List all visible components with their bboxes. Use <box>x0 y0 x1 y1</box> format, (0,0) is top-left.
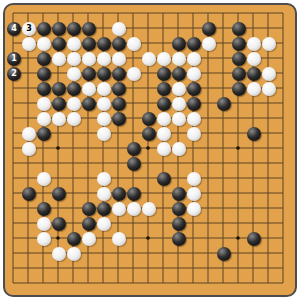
stone-black[interactable] <box>97 202 111 216</box>
stone-white[interactable] <box>187 112 201 126</box>
stone-white[interactable] <box>172 97 186 111</box>
stone-white[interactable] <box>157 127 171 141</box>
stone-white[interactable] <box>37 97 51 111</box>
move-number-label: 2 <box>11 70 17 78</box>
stone-white[interactable] <box>97 217 111 231</box>
stone-white[interactable] <box>187 127 201 141</box>
stone-black[interactable] <box>157 67 171 81</box>
stone-black[interactable] <box>247 127 261 141</box>
stone-black[interactable]: 1 <box>7 52 21 66</box>
stone-white[interactable] <box>67 247 81 261</box>
stone-white[interactable] <box>97 187 111 201</box>
stone-white[interactable] <box>127 202 141 216</box>
stone-black[interactable] <box>157 97 171 111</box>
stone-black[interactable] <box>22 187 36 201</box>
stone-black[interactable] <box>37 202 51 216</box>
stone-white[interactable] <box>22 37 36 51</box>
stone-black[interactable] <box>217 247 231 261</box>
stone-black[interactable] <box>172 187 186 201</box>
stone-white[interactable] <box>82 52 96 66</box>
stone-white[interactable] <box>112 52 126 66</box>
stone-black[interactable] <box>232 22 246 36</box>
stone-black[interactable] <box>97 67 111 81</box>
stone-white[interactable] <box>262 37 276 51</box>
stone-black[interactable] <box>232 67 246 81</box>
stone-white[interactable] <box>37 112 51 126</box>
stone-black[interactable] <box>112 82 126 96</box>
stone-black[interactable] <box>82 67 96 81</box>
stone-white[interactable] <box>187 172 201 186</box>
stone-black[interactable] <box>67 22 81 36</box>
stone-white[interactable] <box>142 52 156 66</box>
stone-black[interactable] <box>97 37 111 51</box>
stone-white[interactable] <box>67 52 81 66</box>
star-point <box>236 236 240 240</box>
stone-white[interactable] <box>82 82 96 96</box>
stone-white[interactable] <box>67 112 81 126</box>
stone-white[interactable] <box>22 127 36 141</box>
move-number-label: 1 <box>11 55 17 63</box>
stone-black[interactable] <box>82 37 96 51</box>
stone-black[interactable] <box>172 37 186 51</box>
stone-black[interactable] <box>37 52 51 66</box>
stone-white[interactable] <box>202 37 216 51</box>
stone-white[interactable] <box>142 202 156 216</box>
stone-black[interactable] <box>82 22 96 36</box>
stone-black[interactable] <box>217 97 231 111</box>
stone-black[interactable] <box>67 232 81 246</box>
stone-black[interactable] <box>127 142 141 156</box>
stone-black[interactable] <box>112 187 126 201</box>
stone-black[interactable] <box>187 37 201 51</box>
stone-white[interactable] <box>262 67 276 81</box>
stone-black[interactable] <box>52 37 66 51</box>
stone-black[interactable]: 2 <box>7 67 21 81</box>
stone-white[interactable] <box>262 82 276 96</box>
stone-black[interactable] <box>37 82 51 96</box>
stone-black[interactable] <box>247 67 261 81</box>
stone-black[interactable] <box>172 217 186 231</box>
stone-black[interactable] <box>247 232 261 246</box>
stone-white[interactable] <box>67 97 81 111</box>
stone-black[interactable] <box>112 37 126 51</box>
stone-white[interactable] <box>82 232 96 246</box>
star-point <box>146 236 150 240</box>
stone-white[interactable] <box>172 82 186 96</box>
stone-white[interactable] <box>112 232 126 246</box>
stone-black[interactable] <box>67 82 81 96</box>
stone-black[interactable] <box>142 127 156 141</box>
stone-white[interactable] <box>97 52 111 66</box>
stone-white[interactable] <box>112 202 126 216</box>
stone-black[interactable] <box>112 67 126 81</box>
stone-white[interactable] <box>22 142 36 156</box>
stone-black[interactable] <box>202 22 216 36</box>
stone-black[interactable] <box>232 37 246 51</box>
stone-black[interactable] <box>37 67 51 81</box>
stone-white[interactable] <box>97 112 111 126</box>
stone-white[interactable] <box>37 172 51 186</box>
stone-black[interactable] <box>187 82 201 96</box>
stone-black[interactable] <box>52 97 66 111</box>
stone-white[interactable] <box>127 67 141 81</box>
stone-black[interactable] <box>157 82 171 96</box>
stone-white[interactable] <box>37 232 51 246</box>
stone-black[interactable] <box>172 202 186 216</box>
stone-white[interactable] <box>187 202 201 216</box>
go-app-window: 4312 <box>0 0 300 300</box>
stone-white[interactable] <box>97 172 111 186</box>
stone-white[interactable] <box>172 52 186 66</box>
stone-black[interactable] <box>52 217 66 231</box>
stone-white[interactable] <box>157 142 171 156</box>
stone-black[interactable] <box>172 232 186 246</box>
stone-white[interactable] <box>157 112 171 126</box>
stone-black[interactable] <box>82 217 96 231</box>
stone-black[interactable] <box>232 52 246 66</box>
stone-white[interactable] <box>172 142 186 156</box>
stone-black[interactable] <box>52 22 66 36</box>
stone-white[interactable] <box>157 52 171 66</box>
stone-white[interactable] <box>247 82 261 96</box>
stone-black[interactable]: 4 <box>7 22 21 36</box>
stone-black[interactable] <box>112 97 126 111</box>
stone-white[interactable] <box>187 187 201 201</box>
stone-white[interactable] <box>247 52 261 66</box>
stone-black[interactable] <box>112 112 126 126</box>
stone-black[interactable] <box>37 127 51 141</box>
stone-white[interactable] <box>37 217 51 231</box>
stone-black[interactable] <box>52 187 66 201</box>
stone-black[interactable] <box>127 187 141 201</box>
stone-white[interactable] <box>127 37 141 51</box>
stone-white[interactable] <box>112 22 126 36</box>
stone-black[interactable] <box>52 82 66 96</box>
stone-white[interactable] <box>52 52 66 66</box>
stone-white[interactable] <box>67 67 81 81</box>
star-point <box>56 146 60 150</box>
stone-white[interactable] <box>97 97 111 111</box>
stone-black[interactable] <box>172 67 186 81</box>
stone-white[interactable] <box>247 37 261 51</box>
stone-black[interactable] <box>37 22 51 36</box>
star-point <box>236 146 240 150</box>
stone-white[interactable]: 3 <box>22 22 36 36</box>
stone-white[interactable] <box>97 127 111 141</box>
stone-white[interactable] <box>52 112 66 126</box>
stone-white[interactable] <box>97 82 111 96</box>
move-number-label: 3 <box>26 25 32 33</box>
stone-white[interactable] <box>67 37 81 51</box>
stone-black[interactable] <box>232 82 246 96</box>
stone-white[interactable] <box>52 247 66 261</box>
stone-black[interactable] <box>187 97 201 111</box>
stone-white[interactable] <box>172 112 186 126</box>
stone-black[interactable] <box>127 157 141 171</box>
star-point <box>146 146 150 150</box>
stone-white[interactable] <box>37 37 51 51</box>
move-number-label: 4 <box>11 25 17 33</box>
stone-black[interactable] <box>82 97 96 111</box>
stone-black[interactable] <box>82 202 96 216</box>
stone-white[interactable] <box>187 67 201 81</box>
star-point <box>56 236 60 240</box>
stone-white[interactable] <box>187 52 201 66</box>
stone-black[interactable] <box>142 112 156 126</box>
stone-black[interactable] <box>157 172 171 186</box>
